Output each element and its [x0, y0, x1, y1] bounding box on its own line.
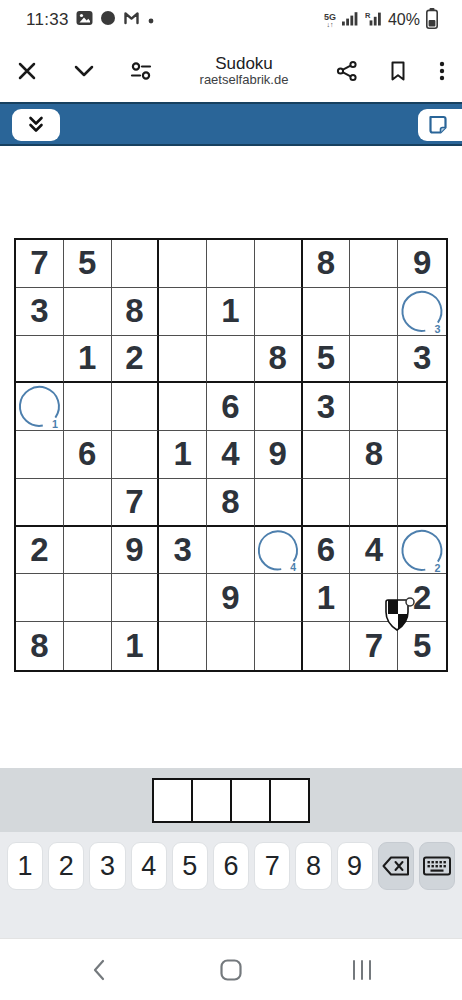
sudoku-cell-r2c3[interactable]: 8 — [112, 288, 160, 336]
sudoku-cell-r3c3[interactable]: 2 — [112, 336, 160, 384]
sudoku-cell-r6c8[interactable] — [350, 479, 398, 527]
sudoku-cell-r8c1[interactable] — [16, 574, 64, 622]
sudoku-cell-r5c4[interactable]: 1 — [159, 431, 207, 479]
legend-strip — [0, 768, 462, 832]
page-banner — [0, 102, 462, 146]
given-digit: 5 — [317, 339, 335, 377]
digit-key-1[interactable]: 1 — [7, 842, 43, 890]
digit-key-6[interactable]: 6 — [213, 842, 249, 890]
sudoku-cell-r4c4[interactable] — [159, 383, 207, 431]
svg-text:2: 2 — [435, 561, 441, 573]
recents-icon[interactable] — [350, 957, 374, 983]
page-title-block[interactable]: Sudoku raetselfabrik.de — [152, 54, 336, 88]
sudoku-cell-r1c2[interactable]: 5 — [64, 240, 112, 288]
sudoku-cell-r2c6[interactable] — [255, 288, 303, 336]
sudoku-cell-r2c1[interactable]: 3 — [16, 288, 64, 336]
photo-icon — [76, 10, 93, 30]
given-digit: 6 — [221, 388, 239, 426]
sudoku-cell-r6c4[interactable] — [159, 479, 207, 527]
given-digit: 9 — [413, 244, 431, 282]
signal-bars-icon — [342, 11, 359, 30]
sudoku-cell-r8c7[interactable]: 1 — [303, 574, 351, 622]
sudoku-cell-r6c7[interactable] — [303, 479, 351, 527]
sudoku-cell-r7c4[interactable]: 3 — [159, 527, 207, 575]
sudoku-cell-r1c4[interactable] — [159, 240, 207, 288]
digit-key-8[interactable]: 8 — [295, 842, 331, 890]
sudoku-cell-r1c5[interactable] — [207, 240, 255, 288]
sudoku-cell-r6c3[interactable]: 7 — [112, 479, 160, 527]
given-digit: 5 — [78, 244, 96, 282]
digit-key-4[interactable]: 4 — [131, 842, 167, 890]
sudoku-cell-r9c1[interactable]: 8 — [16, 622, 64, 670]
svg-text:4: 4 — [290, 562, 296, 573]
sudoku-cell-r1c9[interactable]: 9 — [398, 240, 446, 288]
given-digit: 8 — [30, 627, 48, 665]
battery-icon — [426, 8, 438, 33]
given-digit: 3 — [174, 531, 192, 569]
sudoku-cell-r1c1[interactable]: 7 — [16, 240, 64, 288]
close-icon[interactable] — [16, 60, 38, 82]
given-digit: 3 — [413, 339, 431, 377]
sudoku-cell-r3c7[interactable]: 5 — [303, 336, 351, 384]
given-digit: 9 — [269, 435, 287, 473]
battery-percent: 40% — [388, 11, 420, 29]
given-digit: 4 — [365, 531, 383, 569]
legend-circle-2[interactable] — [191, 778, 232, 823]
digit-key-7[interactable]: 7 — [254, 842, 290, 890]
sudoku-cell-r4c3[interactable] — [112, 383, 160, 431]
given-digit: 8 — [125, 292, 143, 330]
sudoku-cell-r5c3[interactable] — [112, 431, 160, 479]
sudoku-cell-r6c1[interactable] — [16, 479, 64, 527]
sudoku-cell-r8c4[interactable] — [159, 574, 207, 622]
sudoku-cell-r7c2[interactable] — [64, 527, 112, 575]
circle-annotation-icon — [271, 780, 308, 821]
keyboard-icon — [422, 855, 452, 877]
sudoku-cell-r5c5[interactable]: 4 — [207, 431, 255, 479]
sudoku-cell-r7c7[interactable]: 6 — [303, 527, 351, 575]
svg-text:1: 1 — [52, 418, 58, 430]
sudoku-cell-r3c9[interactable]: 3 — [398, 336, 446, 384]
given-digit: 8 — [317, 244, 335, 282]
svg-text:R: R — [365, 11, 371, 20]
sudoku-cell-r9c6[interactable] — [255, 622, 303, 670]
svg-text:3: 3 — [435, 323, 441, 335]
given-digit: 2 — [30, 531, 48, 569]
5g-network-icon: 5G↓↑ — [324, 13, 336, 28]
sudoku-cell-r2c2[interactable] — [64, 288, 112, 336]
sudoku-cell-r5c2[interactable]: 6 — [64, 431, 112, 479]
page-domain: raetselfabrik.de — [152, 73, 336, 88]
given-digit: 1 — [78, 339, 96, 377]
double-chevron-down-icon — [24, 114, 48, 136]
sudoku-cell-r6c5[interactable]: 8 — [207, 479, 255, 527]
android-nav-bar — [0, 938, 462, 1000]
sudoku-cell-r4c5[interactable]: 6 — [207, 383, 255, 431]
sudoku-cell-r1c6[interactable] — [255, 240, 303, 288]
note-icon — [426, 113, 450, 137]
phone-screen: 11:33 5G↓↑ R 40% — [0, 0, 462, 1000]
double-chevron-down-button[interactable] — [12, 109, 60, 141]
digit-key-9[interactable]: 9 — [337, 842, 373, 890]
sudoku-cell-r4c1[interactable]: 1 — [16, 383, 64, 431]
sudoku-cell-r9c3[interactable]: 1 — [112, 622, 160, 670]
circle-annotation-icon — [232, 780, 269, 821]
sudoku-cell-r2c5[interactable]: 1 — [207, 288, 255, 336]
sudoku-cell-r9c2[interactable] — [64, 622, 112, 670]
given-digit: 8 — [365, 435, 383, 473]
circle-app-icon — [100, 10, 116, 30]
sudoku-cell-r5c6[interactable]: 9 — [255, 431, 303, 479]
sudoku-cell-r5c1[interactable] — [16, 431, 64, 479]
browser-toolbar: Sudoku raetselfabrik.de — [0, 40, 462, 102]
given-digit: 4 — [221, 435, 239, 473]
backspace-key[interactable] — [378, 842, 414, 890]
circle-annotation-icon: 3 — [398, 288, 446, 335]
sudoku-cell-r5c9[interactable] — [398, 431, 446, 479]
sudoku-cell-r1c8[interactable] — [350, 240, 398, 288]
sudoku-cell-r4c2[interactable] — [64, 383, 112, 431]
legend-circle-1[interactable] — [152, 778, 193, 823]
circle-annotation-icon: 2 — [398, 527, 446, 574]
given-digit: 8 — [221, 483, 239, 521]
sudoku-cell-r1c3[interactable] — [112, 240, 160, 288]
sudoku-cell-r7c8[interactable]: 4 — [350, 527, 398, 575]
sudoku-cell-r3c6[interactable]: 8 — [255, 336, 303, 384]
given-digit: 7 — [30, 244, 48, 282]
sudoku-cell-r6c2[interactable] — [64, 479, 112, 527]
sudoku-cell-r7c1[interactable]: 2 — [16, 527, 64, 575]
given-digit: 1 — [221, 292, 239, 330]
roaming-signal-icon: R — [365, 11, 382, 30]
status-bar: 11:33 5G↓↑ R 40% — [0, 0, 462, 40]
given-digit: 7 — [125, 483, 143, 521]
given-digit: 2 — [125, 339, 143, 377]
bookmark-icon[interactable] — [388, 60, 408, 82]
sudoku-cell-r4c9[interactable] — [398, 383, 446, 431]
note-button[interactable] — [418, 109, 462, 141]
sudoku-board: 7589381312853163614987829346429128175 — [14, 238, 448, 672]
sudoku-cell-r8c2[interactable] — [64, 574, 112, 622]
given-digit: 3 — [30, 292, 48, 330]
sudoku-cell-r7c9[interactable]: 2 — [398, 527, 446, 575]
digit-key-3[interactable]: 3 — [89, 842, 125, 890]
share-icon[interactable] — [336, 60, 358, 82]
given-digit: 6 — [317, 531, 335, 569]
legend-circle-3[interactable] — [230, 778, 271, 823]
home-icon[interactable] — [218, 957, 244, 983]
given-digit: 1 — [317, 579, 335, 617]
sudoku-cell-r7c3[interactable]: 9 — [112, 527, 160, 575]
sudoku-cell-r7c5[interactable] — [207, 527, 255, 575]
overflow-menu-icon[interactable] — [438, 60, 446, 82]
sudoku-cell-r2c9[interactable]: 3 — [398, 288, 446, 336]
given-digit: 7 — [365, 627, 383, 665]
legend-circle-4[interactable] — [269, 778, 310, 823]
clock: 11:33 — [26, 10, 69, 30]
sudoku-cell-r8c5[interactable]: 9 — [207, 574, 255, 622]
sudoku-cell-r7c6[interactable]: 4 — [255, 527, 303, 575]
given-digit: 1 — [174, 435, 192, 473]
given-digit: 8 — [269, 339, 287, 377]
given-digit: 9 — [221, 579, 239, 617]
sudoku-cell-r1c7[interactable]: 8 — [303, 240, 351, 288]
sudoku-cell-r6c6[interactable] — [255, 479, 303, 527]
pointer-cursor-icon — [384, 595, 416, 641]
collapse-chevron-icon[interactable] — [72, 60, 96, 82]
sudoku-cell-r8c6[interactable] — [255, 574, 303, 622]
backspace-icon — [381, 855, 411, 877]
sudoku-cell-r9c7[interactable] — [303, 622, 351, 670]
sudoku-cell-r3c4[interactable] — [159, 336, 207, 384]
circle-legend — [152, 778, 310, 823]
sudoku-cell-r4c6[interactable] — [255, 383, 303, 431]
circle-annotation-icon: 1 — [16, 383, 63, 430]
sudoku-cell-r5c8[interactable]: 8 — [350, 431, 398, 479]
keyboard-toggle-key[interactable] — [419, 842, 455, 890]
sudoku-cell-r3c1[interactable] — [16, 336, 64, 384]
sudoku-cell-r3c2[interactable]: 1 — [64, 336, 112, 384]
sudoku-cell-r3c5[interactable] — [207, 336, 255, 384]
sudoku-cell-r2c8[interactable] — [350, 288, 398, 336]
circle-annotation-icon — [193, 780, 230, 821]
sudoku-cell-r9c4[interactable] — [159, 622, 207, 670]
given-digit: 6 — [78, 435, 96, 473]
circle-annotation-icon: 4 — [255, 527, 301, 574]
sudoku-cell-r6c9[interactable] — [398, 479, 446, 527]
given-digit: 1 — [125, 627, 143, 665]
sudoku-cell-r2c4[interactable] — [159, 288, 207, 336]
digit-key-2[interactable]: 2 — [48, 842, 84, 890]
sudoku-cell-r4c7[interactable]: 3 — [303, 383, 351, 431]
number-keypad: 123456789 — [0, 832, 462, 938]
sudoku-cell-r8c3[interactable] — [112, 574, 160, 622]
page-title: Sudoku — [152, 54, 336, 74]
given-digit: 9 — [125, 531, 143, 569]
sudoku-cell-r4c8[interactable] — [350, 383, 398, 431]
tune-icon[interactable] — [130, 60, 152, 82]
gmail-icon — [123, 10, 140, 30]
given-digit: 3 — [317, 388, 335, 426]
back-icon[interactable] — [88, 956, 112, 984]
sudoku-cell-r2c7[interactable] — [303, 288, 351, 336]
digit-key-5[interactable]: 5 — [172, 842, 208, 890]
sudoku-cell-r9c5[interactable] — [207, 622, 255, 670]
sudoku-cell-r5c7[interactable] — [303, 431, 351, 479]
sudoku-cell-r3c8[interactable] — [350, 336, 398, 384]
circle-annotation-icon — [154, 780, 191, 821]
notification-dot — [147, 11, 155, 29]
